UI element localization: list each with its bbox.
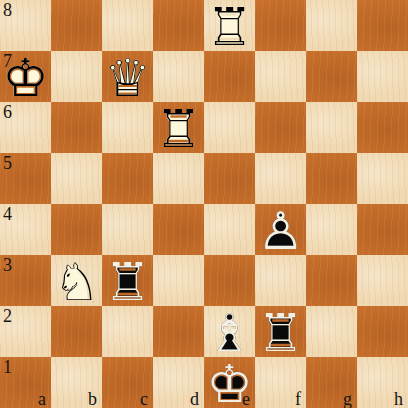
square-e4[interactable]: [204, 204, 255, 255]
rank-label-2: 2: [3, 306, 12, 326]
square-b1[interactable]: b: [51, 357, 102, 408]
piece-white-rook: ♜♖: [153, 102, 204, 153]
piece-outline: ♘: [51, 255, 102, 306]
square-h6[interactable]: [357, 102, 408, 153]
square-d5[interactable]: [153, 153, 204, 204]
piece-outline: ♖: [102, 255, 153, 306]
square-h3[interactable]: [357, 255, 408, 306]
piece-outline: ♗: [204, 306, 255, 357]
square-c6[interactable]: [102, 102, 153, 153]
square-d2[interactable]: [153, 306, 204, 357]
file-label-c: c: [140, 389, 148, 408]
piece-outline: ♙: [255, 204, 306, 255]
piece-outline: ♔: [204, 357, 255, 408]
piece-outline: ♖: [153, 102, 204, 153]
rank-label-8: 8: [3, 0, 12, 20]
piece-white-knight: ♞♘: [51, 255, 102, 306]
piece-black-bishop: ♝♗: [204, 306, 255, 357]
piece-black-rook: ♜♖: [255, 306, 306, 357]
square-e2[interactable]: ♝♗: [204, 306, 255, 357]
rank-label-5: 5: [3, 153, 12, 173]
square-c8[interactable]: [102, 0, 153, 51]
square-e5[interactable]: [204, 153, 255, 204]
square-b2[interactable]: [51, 306, 102, 357]
square-g3[interactable]: [306, 255, 357, 306]
square-e1[interactable]: e♚♔: [204, 357, 255, 408]
square-g5[interactable]: [306, 153, 357, 204]
square-b3[interactable]: ♞♘: [51, 255, 102, 306]
file-label-f: f: [295, 389, 301, 408]
square-a7[interactable]: 7♚♔: [0, 51, 51, 102]
square-c3[interactable]: ♜♖: [102, 255, 153, 306]
square-d4[interactable]: [153, 204, 204, 255]
square-a2[interactable]: 2: [0, 306, 51, 357]
square-h8[interactable]: [357, 0, 408, 51]
square-g6[interactable]: [306, 102, 357, 153]
square-h4[interactable]: [357, 204, 408, 255]
file-label-h: h: [394, 389, 403, 408]
square-b6[interactable]: [51, 102, 102, 153]
piece-white-queen: ♛♕: [102, 51, 153, 102]
square-a3[interactable]: 3: [0, 255, 51, 306]
square-e8[interactable]: ♜♖: [204, 0, 255, 51]
square-f4[interactable]: ♟♙: [255, 204, 306, 255]
square-a1[interactable]: 1a: [0, 357, 51, 408]
square-a4[interactable]: 4: [0, 204, 51, 255]
piece-black-king: ♚♔: [204, 357, 255, 408]
rank-label-4: 4: [3, 204, 12, 224]
square-h2[interactable]: [357, 306, 408, 357]
square-f1[interactable]: f: [255, 357, 306, 408]
square-c2[interactable]: [102, 306, 153, 357]
square-c5[interactable]: [102, 153, 153, 204]
file-label-d: d: [190, 389, 199, 408]
square-e7[interactable]: [204, 51, 255, 102]
piece-outline: ♕: [102, 51, 153, 102]
square-c1[interactable]: c: [102, 357, 153, 408]
square-g4[interactable]: [306, 204, 357, 255]
chess-board: 8♜♖7♚♔♛♕6♜♖54♟♙3♞♘♜♖2♝♗♜♖1abcde♚♔fgh: [0, 0, 408, 408]
square-h7[interactable]: [357, 51, 408, 102]
square-b4[interactable]: [51, 204, 102, 255]
file-label-g: g: [343, 389, 352, 408]
square-f2[interactable]: ♜♖: [255, 306, 306, 357]
square-f5[interactable]: [255, 153, 306, 204]
square-b5[interactable]: [51, 153, 102, 204]
square-a6[interactable]: 6: [0, 102, 51, 153]
file-label-a: a: [38, 389, 46, 408]
square-d7[interactable]: [153, 51, 204, 102]
square-h1[interactable]: h: [357, 357, 408, 408]
square-f7[interactable]: [255, 51, 306, 102]
square-d3[interactable]: [153, 255, 204, 306]
square-a8[interactable]: 8: [0, 0, 51, 51]
piece-black-pawn: ♟♙: [255, 204, 306, 255]
square-f8[interactable]: [255, 0, 306, 51]
square-d1[interactable]: d: [153, 357, 204, 408]
square-b8[interactable]: [51, 0, 102, 51]
square-e6[interactable]: [204, 102, 255, 153]
piece-white-rook: ♜♖: [204, 0, 255, 51]
square-f3[interactable]: [255, 255, 306, 306]
square-f6[interactable]: [255, 102, 306, 153]
square-g8[interactable]: [306, 0, 357, 51]
square-a5[interactable]: 5: [0, 153, 51, 204]
piece-black-rook: ♜♖: [102, 255, 153, 306]
square-g7[interactable]: [306, 51, 357, 102]
piece-white-king: ♚♔: [0, 51, 51, 102]
rank-label-1: 1: [3, 357, 12, 377]
square-c4[interactable]: [102, 204, 153, 255]
piece-outline: ♖: [255, 306, 306, 357]
piece-outline: ♔: [0, 51, 51, 102]
file-label-b: b: [88, 389, 97, 408]
rank-label-3: 3: [3, 255, 12, 275]
square-b7[interactable]: [51, 51, 102, 102]
square-c7[interactable]: ♛♕: [102, 51, 153, 102]
rank-label-6: 6: [3, 102, 12, 122]
square-h5[interactable]: [357, 153, 408, 204]
square-g1[interactable]: g: [306, 357, 357, 408]
square-g2[interactable]: [306, 306, 357, 357]
square-d8[interactable]: [153, 0, 204, 51]
square-d6[interactable]: ♜♖: [153, 102, 204, 153]
square-e3[interactable]: [204, 255, 255, 306]
piece-outline: ♖: [204, 0, 255, 51]
